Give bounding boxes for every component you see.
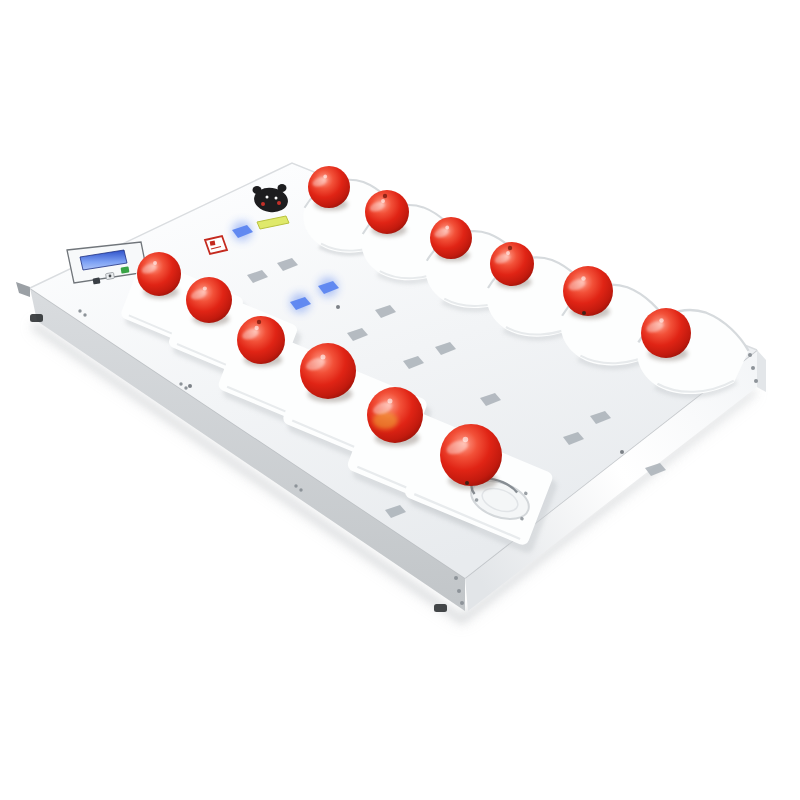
tomato [430,217,472,262]
panel-button-dark [93,277,101,284]
tomato [237,316,285,367]
tomato [308,166,350,211]
tomato [367,387,423,446]
tomato [300,343,356,402]
red-label-sticker [205,236,227,254]
product-photo-stage [0,0,800,800]
rubber-foot [30,314,43,322]
tomato [490,242,534,289]
tomato [365,190,409,237]
rubber-foot [434,604,447,612]
tomato [641,308,691,361]
tomato-grading-machine-photo [0,0,800,800]
tomato [563,266,613,319]
tomato [440,424,502,490]
tomato [186,277,232,326]
tomato [137,252,181,299]
